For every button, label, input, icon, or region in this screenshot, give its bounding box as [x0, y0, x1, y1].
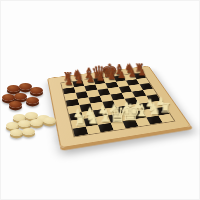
piece-black-rook: ♜	[130, 58, 150, 76]
board-square	[108, 87, 121, 94]
piece-black-queen: ♛	[89, 63, 109, 81]
piece-black-pawn: ♟	[80, 69, 101, 88]
piece-black-pawn: ♟	[133, 63, 153, 81]
dark-checker-disc	[9, 101, 22, 108]
light-checker-disc	[22, 128, 35, 135]
piece-black-pawn: ♟	[102, 66, 123, 85]
light-checker-disc	[25, 112, 38, 119]
chess-board: ♜♞♝♛♚♝♞♜♟♟♟♟♟♟♟♟♟♟♟♟♟♟♟♟♜♞♝♛♚♝♞♜	[47, 66, 192, 148]
board-square	[136, 78, 149, 85]
product-photo: ♜♞♝♛♚♝♞♜♟♟♟♟♟♟♟♟♟♟♟♟♟♟♟♟♜♞♝♛♚♝♞♜	[0, 0, 200, 200]
board-square	[95, 83, 108, 90]
dark-checker-disc	[30, 87, 43, 94]
dark-checker-disc	[26, 97, 39, 104]
board-square	[64, 93, 77, 101]
piece-black-pawn: ♟	[91, 68, 112, 87]
board-square	[75, 91, 88, 98]
piece-black-king: ♚	[99, 61, 119, 79]
piece-black-pawn: ♟	[69, 70, 90, 89]
board-square	[123, 74, 136, 80]
piece-black-knight: ♞	[120, 59, 140, 77]
light-checker-disc	[18, 120, 31, 127]
dark-checker-disc	[7, 85, 20, 92]
light-checker-disc	[30, 119, 43, 126]
piece-black-knight: ♞	[68, 65, 88, 84]
board-square	[86, 90, 99, 97]
board-square	[93, 78, 106, 85]
piece-black-pawn: ♟	[112, 65, 132, 84]
board-square	[116, 80, 129, 87]
board-square	[133, 73, 146, 79]
board-square	[105, 82, 118, 89]
board-square	[139, 83, 153, 90]
piece-white-rook: ♜	[68, 109, 93, 132]
board-square	[103, 76, 116, 83]
board-square	[118, 86, 132, 93]
piece-black-rook: ♜	[57, 66, 78, 85]
light-checker-disc	[43, 117, 56, 124]
board-square	[126, 79, 139, 86]
light-checker-disc	[10, 129, 23, 136]
piece-black-bishop: ♝	[109, 60, 129, 78]
piece-black-pawn: ♟	[58, 71, 79, 90]
board-square	[61, 82, 73, 89]
board-square	[82, 79, 94, 86]
board-square	[97, 89, 110, 96]
board-square	[72, 80, 84, 87]
board-square	[129, 84, 143, 91]
piece-black-bishop: ♝	[78, 64, 98, 83]
board-square	[74, 86, 87, 93]
board-square	[84, 84, 97, 91]
light-checker-disc	[6, 122, 19, 129]
board-square	[63, 87, 76, 94]
board-scene: ♜♞♝♛♚♝♞♜♟♟♟♟♟♟♟♟♟♟♟♟♟♟♟♟♜♞♝♛♚♝♞♜	[53, 41, 171, 159]
piece-black-pawn: ♟	[122, 64, 142, 83]
board-square	[113, 75, 126, 81]
dark-checker-disc	[14, 93, 27, 100]
dark-checker-disc	[2, 94, 15, 101]
board-pieces: ♜♞♝♛♚♝♞♜♟♟♟♟♟♟♟♟♟♟♟♟♟♟♟♟♜♞♝♛♚♝♞♜	[61, 73, 174, 137]
